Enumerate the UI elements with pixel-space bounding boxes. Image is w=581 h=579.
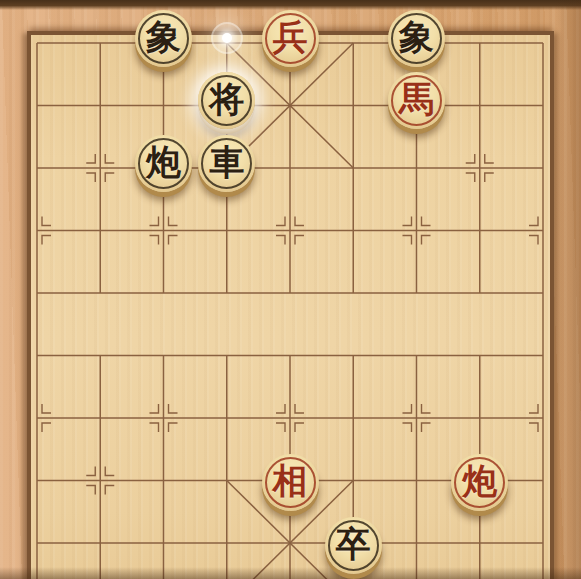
red-piece-character: 兵 (273, 20, 308, 55)
red-piece-character: 相 (273, 464, 308, 499)
black-piece-character: 将 (209, 82, 244, 117)
piece-red-horse[interactable]: 馬 (388, 72, 445, 129)
piece-black-soldier[interactable]: 卒 (325, 517, 382, 574)
piece-black-cannon[interactable]: 炮 (135, 135, 192, 192)
black-piece-character: 卒 (336, 527, 371, 562)
move-origin-dot (211, 22, 243, 54)
black-piece-character: 象 (399, 20, 434, 55)
black-piece-character: 象 (146, 20, 181, 55)
red-piece-character: 馬 (399, 82, 434, 117)
board-top-frame-shadow (0, 0, 581, 10)
piece-red-cannon[interactable]: 炮 (451, 454, 508, 511)
black-piece-character: 車 (209, 145, 244, 180)
red-piece-character: 炮 (462, 464, 497, 499)
black-piece-character: 炮 (146, 145, 181, 180)
piece-red-soldier-promoted[interactable]: 兵 (262, 10, 319, 67)
piece-black-elephant-left[interactable]: 象 (135, 10, 192, 67)
piece-black-general[interactable]: 将 (198, 72, 255, 129)
xiangqi-board: 象兵象将馬炮車相炮卒 (0, 0, 581, 579)
piece-black-chariot[interactable]: 車 (198, 135, 255, 192)
piece-red-elephant[interactable]: 相 (262, 454, 319, 511)
piece-black-elephant-right[interactable]: 象 (388, 10, 445, 67)
